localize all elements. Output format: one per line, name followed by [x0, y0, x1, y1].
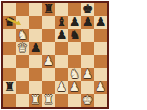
square-c5[interactable]: ♟	[29, 42, 42, 55]
square-d8[interactable]: ♜	[42, 3, 55, 16]
piece-black-king[interactable]: ♚	[82, 3, 93, 16]
piece-black-pawn[interactable]: ♟	[95, 16, 106, 29]
square-e5[interactable]	[55, 42, 68, 55]
square-g2[interactable]	[81, 81, 94, 94]
square-a2[interactable]: ♜	[3, 81, 16, 94]
square-d4[interactable]: ♟	[42, 55, 55, 68]
piece-white-knight[interactable]: ♞	[17, 29, 28, 42]
square-g5[interactable]	[81, 42, 94, 55]
piece-black-pawn[interactable]: ♟	[56, 29, 67, 42]
square-b4[interactable]	[16, 55, 29, 68]
square-e8[interactable]	[55, 3, 68, 16]
square-a8[interactable]	[3, 3, 16, 16]
square-h2[interactable]: ♟	[94, 81, 107, 94]
square-g6[interactable]	[81, 29, 94, 42]
square-f5[interactable]	[68, 42, 81, 55]
square-c3[interactable]	[29, 68, 42, 81]
square-a6[interactable]	[3, 29, 16, 42]
piece-white-knight[interactable]: ♞	[69, 68, 80, 81]
piece-white-pawn[interactable]: ♟	[69, 81, 80, 94]
square-f1[interactable]	[68, 94, 81, 107]
square-e3[interactable]	[55, 68, 68, 81]
square-a4[interactable]	[3, 55, 16, 68]
piece-white-king[interactable]: ♚	[82, 94, 93, 107]
piece-white-rook[interactable]: ♜	[43, 94, 54, 107]
square-d5[interactable]	[42, 42, 55, 55]
square-g4[interactable]	[81, 55, 94, 68]
square-f2[interactable]: ♟	[68, 81, 81, 94]
square-g8[interactable]: ♚	[81, 3, 94, 16]
square-a1[interactable]	[3, 94, 16, 107]
piece-black-pawn[interactable]: ♟	[69, 16, 80, 29]
square-d1[interactable]: ♜	[42, 94, 55, 107]
square-b3[interactable]	[16, 68, 29, 81]
piece-white-pawn[interactable]: ♟	[95, 81, 106, 94]
square-e4[interactable]	[55, 55, 68, 68]
square-b7[interactable]	[16, 16, 29, 29]
square-e6[interactable]: ♟	[55, 29, 68, 42]
piece-black-rook[interactable]: ♜	[4, 81, 15, 94]
square-f8[interactable]	[68, 3, 81, 16]
square-h8[interactable]	[94, 3, 107, 16]
square-e1[interactable]	[55, 94, 68, 107]
square-f3[interactable]: ♞	[68, 68, 81, 81]
square-h3[interactable]	[94, 68, 107, 81]
piece-black-queen[interactable]: ♛	[4, 16, 15, 29]
piece-black-pawn[interactable]: ♟	[30, 42, 41, 55]
square-h1[interactable]	[94, 94, 107, 107]
square-c6[interactable]	[29, 29, 42, 42]
square-b5[interactable]: ♛	[16, 42, 29, 55]
piece-black-pawn[interactable]: ♟	[82, 16, 93, 29]
square-c8[interactable]	[29, 3, 42, 16]
square-c2[interactable]	[29, 81, 42, 94]
square-g7[interactable]: ♟	[81, 16, 94, 29]
square-e7[interactable]: ♝	[55, 16, 68, 29]
chess-board[interactable]: ♜♚♛♝♟♟♟♞♟♞♛♟♟♞♟♜♟♟♟♜♜♚	[3, 3, 107, 107]
square-c7[interactable]	[29, 16, 42, 29]
screenshot-canvas: ♜♚♛♝♟♟♟♞♟♞♛♟♟♞♟♜♟♟♟♜♜♚	[0, 0, 147, 110]
square-h6[interactable]	[94, 29, 107, 42]
square-h7[interactable]: ♟	[94, 16, 107, 29]
piece-black-bishop[interactable]: ♝	[56, 16, 67, 29]
square-a7[interactable]: ♛	[3, 16, 16, 29]
square-h5[interactable]	[94, 42, 107, 55]
square-c1[interactable]: ♜	[29, 94, 42, 107]
piece-white-queen[interactable]: ♛	[17, 42, 28, 55]
chess-board-frame: ♜♚♛♝♟♟♟♞♟♞♛♟♟♞♟♜♟♟♟♜♜♚	[1, 1, 109, 109]
square-g1[interactable]: ♚	[81, 94, 94, 107]
square-c4[interactable]	[29, 55, 42, 68]
piece-white-pawn[interactable]: ♟	[82, 68, 93, 81]
square-f4[interactable]	[68, 55, 81, 68]
piece-white-rook[interactable]: ♜	[30, 94, 41, 107]
square-d2[interactable]	[42, 81, 55, 94]
square-d6[interactable]	[42, 29, 55, 42]
square-b2[interactable]	[16, 81, 29, 94]
square-f6[interactable]: ♞	[68, 29, 81, 42]
square-a5[interactable]	[3, 42, 16, 55]
piece-white-pawn[interactable]: ♟	[43, 55, 54, 68]
square-d3[interactable]	[42, 68, 55, 81]
square-b8[interactable]	[16, 3, 29, 16]
square-d7[interactable]	[42, 16, 55, 29]
piece-white-pawn[interactable]: ♟	[56, 81, 67, 94]
piece-black-rook[interactable]: ♜	[43, 3, 54, 16]
square-h4[interactable]	[94, 55, 107, 68]
square-a3[interactable]	[3, 68, 16, 81]
square-e2[interactable]: ♟	[55, 81, 68, 94]
square-f7[interactable]: ♟	[68, 16, 81, 29]
piece-black-knight[interactable]: ♞	[69, 29, 80, 42]
square-b6[interactable]: ♞	[16, 29, 29, 42]
square-g3[interactable]: ♟	[81, 68, 94, 81]
square-b1[interactable]	[16, 94, 29, 107]
